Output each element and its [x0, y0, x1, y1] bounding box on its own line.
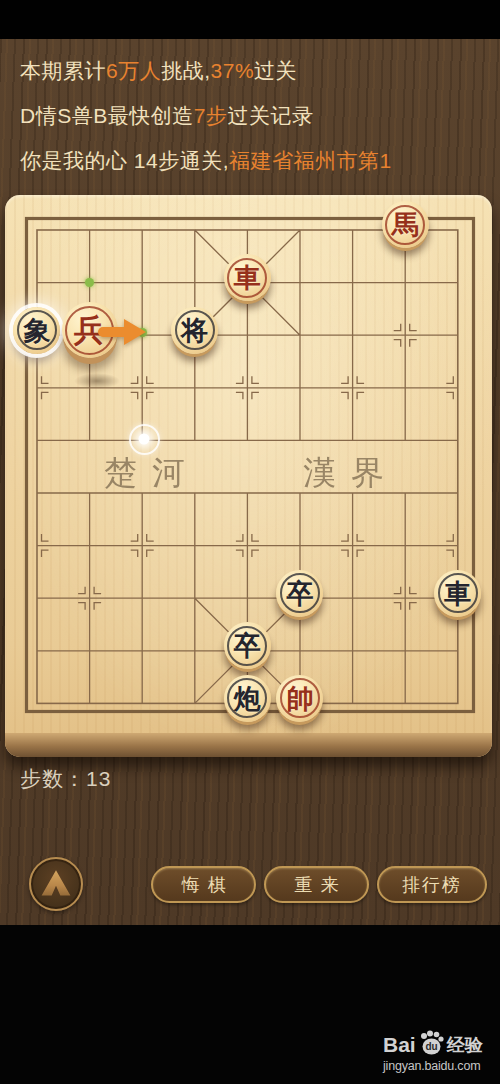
collapse-panel-button[interactable] [29, 857, 83, 911]
ticker-segment: 本期累计 [20, 59, 106, 82]
ticker-segment: 你是我的心 14步通关, [20, 149, 229, 172]
piece-black-chariot[interactable]: 車 [434, 570, 481, 617]
board-cell: 車 [221, 256, 274, 309]
piece-glyph: 卒 [286, 580, 313, 607]
svg-text:du: du [425, 1041, 437, 1052]
ticker-segment: 过关 [254, 59, 297, 82]
ticker-line-1: 本期累计6万人挑战,37%过关 [20, 57, 490, 85]
xiangqi-board[interactable]: 馬車象兵将卒車卒炮帥 [11, 204, 484, 730]
piece-red-chariot[interactable]: 車 [224, 254, 271, 301]
ticker-line-2: D情S兽B最快创造7步过关记录 [20, 102, 490, 130]
ticker-segment: 过关记录 [227, 104, 313, 127]
piece-black-soldier-b[interactable]: 卒 [224, 622, 271, 669]
piece-red-general[interactable]: 帥 [276, 675, 323, 722]
xiangqi-app: 本期累计6万人挑战,37%过关 D情S兽B最快创造7步过关记录 你是我的心 14… [0, 0, 500, 1084]
ticker-segment: 挑战, [161, 59, 210, 82]
step-counter: 步数：13 [20, 765, 111, 793]
board-cell: 馬 [379, 204, 432, 257]
watermark-logo-row: Bai du 经验 [383, 1031, 483, 1057]
board-cell: 卒 [274, 572, 327, 625]
piece-glyph: 炮 [234, 685, 261, 712]
piece-black-cannon[interactable]: 炮 [224, 675, 271, 722]
ticker-segment: D情S兽B最快创造 [20, 104, 194, 127]
piece-black-general[interactable]: 将 [171, 307, 218, 354]
baidu-jingyan-watermark: Bai du 经验 jingyan.baidu.com [383, 1031, 483, 1073]
up-arrow-icon [38, 869, 74, 899]
move-hint-arrow [98, 319, 146, 345]
restart-button[interactable]: 重来 [264, 866, 369, 903]
piece-glyph: 象 [23, 317, 50, 344]
ticker-segment: 福建省福州市第1 [229, 149, 392, 172]
undo-button[interactable]: 悔棋 [151, 866, 256, 903]
ticker-segment: 37% [211, 59, 255, 82]
step-counter-label: 步数： [20, 767, 86, 790]
step-counter-value: 13 [86, 767, 111, 790]
piece-black-elephant[interactable]: 象 [13, 307, 60, 354]
baidu-paw-icon: du [417, 1029, 445, 1057]
ticker-segment: 7步 [194, 104, 228, 127]
piece-black-soldier-a[interactable]: 卒 [276, 570, 323, 617]
piece-red-horse[interactable]: 馬 [382, 201, 429, 248]
leaderboard-button[interactable]: 排行榜 [377, 866, 487, 903]
arrow-tail [98, 327, 126, 337]
board-cell: 炮 [221, 677, 274, 730]
piece-glyph: 車 [234, 264, 261, 291]
status-bar [0, 0, 500, 39]
piece-glyph: 車 [444, 580, 471, 607]
arrow-head [124, 319, 146, 345]
board-cell: 将 [168, 309, 221, 362]
piece-glyph: 将 [181, 317, 208, 344]
piece-glyph: 帥 [286, 685, 313, 712]
board-cell: 象 [11, 309, 64, 362]
board-cell: 卒 [221, 624, 274, 677]
board-cell: 帥 [274, 677, 327, 730]
ticker-segment: 6万人 [106, 59, 161, 82]
piece-glyph: 馬 [392, 211, 419, 238]
watermark-bai-text: Bai [383, 1033, 416, 1057]
watermark-jingyan-text: 经验 [447, 1033, 483, 1057]
watermark-url: jingyan.baidu.com [383, 1059, 483, 1073]
ticker-line-3: 你是我的心 14步通关,福建省福州市第1 [20, 147, 490, 175]
board-cell: 車 [431, 572, 484, 625]
piece-glyph: 卒 [234, 632, 261, 659]
